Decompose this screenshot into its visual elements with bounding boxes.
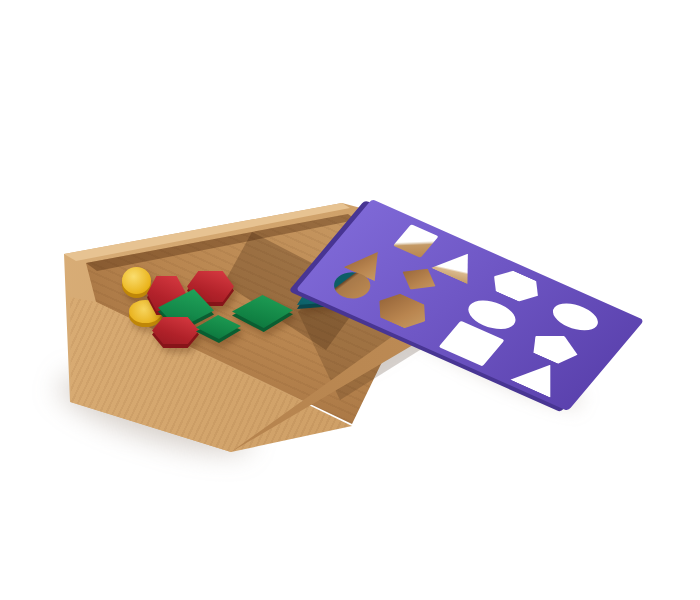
block-green-square-2: [232, 295, 293, 328]
block-red-hexagon-3: [152, 317, 199, 344]
scene: [0, 0, 700, 600]
board-cutout-r1c4-oval: [546, 298, 604, 336]
board-cutout-r2c4-pentagon: [525, 327, 586, 368]
board-cutout-r1c2-triangle: [431, 246, 486, 285]
board-cutout-r1c3-hexagon: [485, 266, 546, 306]
block-green-square-3: [196, 315, 241, 339]
board-cutout-r1c1-square: [393, 224, 438, 258]
board-cutout-r3c2-hexagon: [369, 289, 435, 333]
